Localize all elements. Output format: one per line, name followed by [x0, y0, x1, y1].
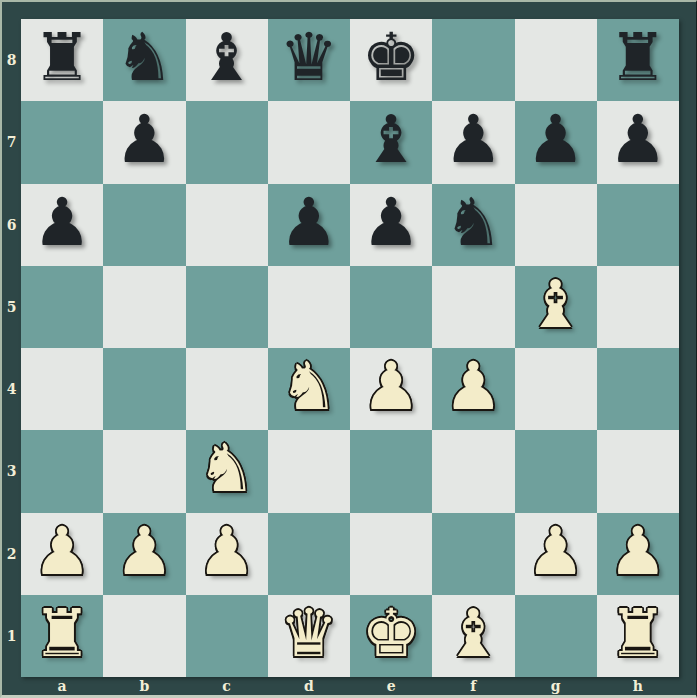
white-queen-piece[interactable]: ♛: [279, 593, 338, 675]
white-king-piece[interactable]: ♚: [362, 593, 421, 675]
black-pawn-piece[interactable]: ♟: [608, 99, 667, 181]
chess-board: ♜♞♝♛♚♜♟♝♟♟♟♟♟♟♞♝♞♟♟♞♟♟♟♟♟♜♛♚♝♜: [21, 19, 679, 677]
file-label-b: b: [103, 677, 185, 695]
square-f2[interactable]: [432, 513, 514, 595]
white-rook-piece[interactable]: ♜: [608, 593, 667, 675]
white-rook-piece[interactable]: ♜: [33, 593, 92, 675]
square-b5[interactable]: [103, 266, 185, 348]
square-c2[interactable]: ♟: [186, 513, 268, 595]
square-b2[interactable]: ♟: [103, 513, 185, 595]
square-b4[interactable]: [103, 348, 185, 430]
black-pawn-piece[interactable]: ♟: [444, 99, 503, 181]
black-pawn-piece[interactable]: ♟: [33, 182, 92, 264]
white-knight-piece[interactable]: ♞: [279, 346, 338, 428]
square-f7[interactable]: ♟: [432, 101, 514, 183]
black-queen-piece[interactable]: ♛: [279, 17, 338, 99]
square-f6[interactable]: ♞: [432, 184, 514, 266]
square-h8[interactable]: ♜: [597, 19, 679, 101]
square-g4[interactable]: [515, 348, 597, 430]
square-a3[interactable]: [21, 430, 103, 512]
rank-label-3: 3: [2, 430, 21, 512]
square-f3[interactable]: [432, 430, 514, 512]
square-h5[interactable]: [597, 266, 679, 348]
black-pawn-piece[interactable]: ♟: [362, 182, 421, 264]
black-knight-piece[interactable]: ♞: [444, 182, 503, 264]
square-f8[interactable]: [432, 19, 514, 101]
square-a5[interactable]: [21, 266, 103, 348]
square-a7[interactable]: [21, 101, 103, 183]
square-h2[interactable]: ♟: [597, 513, 679, 595]
square-e6[interactable]: ♟: [350, 184, 432, 266]
square-g2[interactable]: ♟: [515, 513, 597, 595]
square-c6[interactable]: [186, 184, 268, 266]
square-g5[interactable]: ♝: [515, 266, 597, 348]
black-king-piece[interactable]: ♚: [362, 17, 421, 99]
black-knight-piece[interactable]: ♞: [115, 17, 174, 99]
white-pawn-piece[interactable]: ♟: [362, 346, 421, 428]
white-pawn-piece[interactable]: ♟: [608, 511, 667, 593]
square-d3[interactable]: [268, 430, 350, 512]
black-pawn-piece[interactable]: ♟: [115, 99, 174, 181]
square-a8[interactable]: ♜: [21, 19, 103, 101]
square-e4[interactable]: ♟: [350, 348, 432, 430]
square-b8[interactable]: ♞: [103, 19, 185, 101]
white-pawn-piece[interactable]: ♟: [444, 346, 503, 428]
square-c4[interactable]: [186, 348, 268, 430]
file-label-a: a: [21, 677, 103, 695]
rank-label-1: 1: [2, 595, 21, 677]
file-label-c: c: [186, 677, 268, 695]
rank-label-5: 5: [2, 266, 21, 348]
square-d1[interactable]: ♛: [268, 595, 350, 677]
square-a2[interactable]: ♟: [21, 513, 103, 595]
square-c3[interactable]: ♞: [186, 430, 268, 512]
black-pawn-piece[interactable]: ♟: [526, 99, 585, 181]
square-f1[interactable]: ♝: [432, 595, 514, 677]
file-label-f: f: [432, 677, 514, 695]
square-h4[interactable]: [597, 348, 679, 430]
square-c5[interactable]: [186, 266, 268, 348]
square-f5[interactable]: [432, 266, 514, 348]
black-rook-piece[interactable]: ♜: [33, 17, 92, 99]
square-e8[interactable]: ♚: [350, 19, 432, 101]
square-b3[interactable]: [103, 430, 185, 512]
white-pawn-piece[interactable]: ♟: [197, 511, 256, 593]
white-bishop-piece[interactable]: ♝: [526, 264, 585, 346]
square-e2[interactable]: [350, 513, 432, 595]
square-h6[interactable]: [597, 184, 679, 266]
square-b1[interactable]: [103, 595, 185, 677]
square-d7[interactable]: [268, 101, 350, 183]
rank-label-6: 6: [2, 184, 21, 266]
white-pawn-piece[interactable]: ♟: [115, 511, 174, 593]
black-rook-piece[interactable]: ♜: [608, 17, 667, 99]
rank-label-7: 7: [2, 101, 21, 183]
file-label-h: h: [597, 677, 679, 695]
file-label-e: e: [350, 677, 432, 695]
square-c7[interactable]: [186, 101, 268, 183]
white-pawn-piece[interactable]: ♟: [33, 511, 92, 593]
chess-board-frame: ♜♞♝♛♚♜♟♝♟♟♟♟♟♟♞♝♞♟♟♞♟♟♟♟♟♜♛♚♝♜ 87654321 …: [0, 0, 697, 698]
white-bishop-piece[interactable]: ♝: [444, 593, 503, 675]
rank-label-4: 4: [2, 348, 21, 430]
square-e5[interactable]: [350, 266, 432, 348]
rank-label-8: 8: [2, 19, 21, 101]
square-b7[interactable]: ♟: [103, 101, 185, 183]
square-e7[interactable]: ♝: [350, 101, 432, 183]
square-a6[interactable]: ♟: [21, 184, 103, 266]
black-bishop-piece[interactable]: ♝: [197, 17, 256, 99]
square-g7[interactable]: ♟: [515, 101, 597, 183]
square-b6[interactable]: [103, 184, 185, 266]
black-pawn-piece[interactable]: ♟: [279, 182, 338, 264]
square-g6[interactable]: [515, 184, 597, 266]
square-d5[interactable]: [268, 266, 350, 348]
square-e1[interactable]: ♚: [350, 595, 432, 677]
white-knight-piece[interactable]: ♞: [197, 428, 256, 510]
square-g1[interactable]: [515, 595, 597, 677]
square-a4[interactable]: [21, 348, 103, 430]
square-a1[interactable]: ♜: [21, 595, 103, 677]
square-h1[interactable]: ♜: [597, 595, 679, 677]
square-e3[interactable]: [350, 430, 432, 512]
square-d2[interactable]: [268, 513, 350, 595]
square-d4[interactable]: ♞: [268, 348, 350, 430]
square-h3[interactable]: [597, 430, 679, 512]
square-g8[interactable]: [515, 19, 597, 101]
square-g3[interactable]: [515, 430, 597, 512]
black-bishop-piece[interactable]: ♝: [362, 99, 421, 181]
square-f4[interactable]: ♟: [432, 348, 514, 430]
square-c1[interactable]: [186, 595, 268, 677]
square-d6[interactable]: ♟: [268, 184, 350, 266]
square-d8[interactable]: ♛: [268, 19, 350, 101]
rank-label-2: 2: [2, 513, 21, 595]
white-pawn-piece[interactable]: ♟: [526, 511, 585, 593]
file-label-d: d: [268, 677, 350, 695]
file-label-g: g: [515, 677, 597, 695]
square-h7[interactable]: ♟: [597, 101, 679, 183]
square-c8[interactable]: ♝: [186, 19, 268, 101]
